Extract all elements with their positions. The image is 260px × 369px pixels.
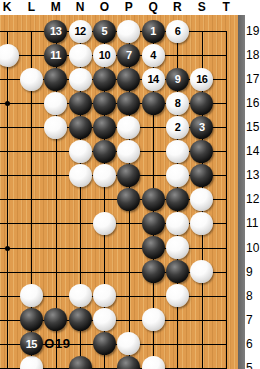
stone-O11[interactable] [93, 212, 116, 235]
column-label-S: S [192, 0, 212, 15]
stone-P12[interactable] [117, 188, 140, 211]
stone-N8[interactable] [69, 284, 92, 307]
stone-Q7[interactable] [142, 308, 165, 331]
row-label-12: 12 [246, 191, 259, 207]
stone-O6[interactable] [93, 332, 116, 355]
stone-N7[interactable] [69, 308, 92, 331]
stone-Q16[interactable] [142, 92, 165, 115]
stone-R14[interactable] [166, 140, 189, 163]
stone-M19[interactable]: 13 [44, 20, 67, 43]
row-label-10: 10 [246, 240, 259, 256]
stone-O18[interactable]: 10 [93, 44, 116, 67]
star-point-K10 [5, 246, 10, 251]
stone-R11[interactable] [166, 212, 189, 235]
stone-Q9[interactable] [142, 260, 165, 283]
column-label-Q: Q [143, 0, 163, 15]
stone-N18[interactable] [69, 44, 92, 67]
stone-P6[interactable] [117, 332, 140, 355]
stone-Q12[interactable] [142, 188, 165, 211]
stone-P16[interactable] [117, 92, 140, 115]
column-label-P: P [119, 0, 139, 15]
row-label-18: 18 [246, 47, 259, 63]
stone-K18[interactable] [0, 44, 19, 67]
stone-N16[interactable] [69, 92, 92, 115]
grid-line-col-T [226, 31, 227, 369]
grid-line-col-K [7, 31, 8, 369]
stone-O16[interactable] [93, 92, 116, 115]
stone-S11[interactable] [190, 212, 213, 235]
stone-S14[interactable] [190, 140, 213, 163]
stone-P5[interactable] [117, 356, 140, 369]
row-label-7: 7 [246, 312, 253, 328]
stone-Q5[interactable] [142, 356, 165, 369]
column-label-T: T [216, 0, 236, 15]
stone-R12[interactable] [166, 188, 189, 211]
row-label-13: 13 [246, 167, 259, 183]
row-label-14: 14 [246, 143, 259, 159]
row-label-15: 15 [246, 119, 259, 135]
column-label-R: R [167, 0, 187, 15]
stone-P17[interactable] [117, 68, 140, 91]
stone-M16[interactable] [44, 92, 67, 115]
go-board[interactable]: 13125161110741491682315O19 [0, 15, 238, 369]
stone-Q18[interactable]: 4 [142, 44, 165, 67]
annotation-text: O19 [44, 337, 70, 351]
stone-R10[interactable] [166, 236, 189, 259]
stone-P13[interactable] [117, 164, 140, 187]
stone-N19[interactable]: 12 [69, 20, 92, 43]
column-label-L: L [21, 0, 41, 15]
stone-O14[interactable] [93, 140, 116, 163]
column-label-O: O [94, 0, 114, 15]
stone-R8[interactable] [166, 284, 189, 307]
stone-L5[interactable] [20, 356, 43, 369]
stone-N17[interactable] [69, 68, 92, 91]
stone-N13[interactable] [69, 164, 92, 187]
stone-R17[interactable]: 9 [166, 68, 189, 91]
stone-L7[interactable] [20, 308, 43, 331]
stone-R19[interactable]: 6 [166, 20, 189, 43]
column-label-N: N [70, 0, 90, 15]
row-label-17: 17 [246, 71, 259, 87]
stone-Q17[interactable]: 14 [142, 68, 165, 91]
stone-L8[interactable] [20, 284, 43, 307]
stone-Q10[interactable] [142, 236, 165, 259]
stone-S16[interactable] [190, 92, 213, 115]
stone-Q19[interactable]: 1 [142, 20, 165, 43]
stone-R9[interactable] [166, 260, 189, 283]
stone-O8[interactable] [93, 284, 116, 307]
stone-S12[interactable] [190, 188, 213, 211]
row-label-16: 16 [246, 95, 259, 111]
stone-N14[interactable] [69, 140, 92, 163]
stone-Q11[interactable] [142, 212, 165, 235]
stone-M18[interactable]: 11 [44, 44, 67, 67]
board-edge-shadow [238, 15, 245, 369]
go-diagram: KLMNOPQRST 13125161110741491682315O19 19… [0, 0, 260, 369]
stone-N15[interactable] [69, 116, 92, 139]
stone-R13[interactable] [166, 164, 189, 187]
stone-O15[interactable] [93, 116, 116, 139]
stone-S17[interactable]: 16 [190, 68, 213, 91]
stone-R15[interactable]: 2 [166, 116, 189, 139]
row-label-5: 5 [246, 360, 253, 369]
stone-O19[interactable]: 5 [93, 20, 116, 43]
stone-S13[interactable] [190, 164, 213, 187]
row-label-9: 9 [246, 264, 253, 280]
stone-N5[interactable] [69, 356, 92, 369]
stone-P15[interactable] [117, 116, 140, 139]
row-label-6: 6 [246, 336, 253, 352]
row-label-11: 11 [246, 215, 258, 231]
stone-M15[interactable] [44, 116, 67, 139]
stone-O7[interactable] [93, 308, 116, 331]
stone-L17[interactable] [20, 68, 43, 91]
row-label-19: 19 [246, 23, 259, 39]
column-label-M: M [46, 0, 66, 15]
row-label-8: 8 [246, 288, 253, 304]
column-labels: KLMNOPQRST [0, 0, 260, 15]
stone-M7[interactable] [44, 308, 67, 331]
stone-R16[interactable]: 8 [166, 92, 189, 115]
stone-P18[interactable]: 7 [117, 44, 140, 67]
stone-O17[interactable] [93, 68, 116, 91]
star-point-K16 [5, 101, 10, 106]
stone-O13[interactable] [93, 164, 116, 187]
stone-S15[interactable]: 3 [190, 116, 213, 139]
annotation-stone[interactable]: 15 [20, 332, 43, 355]
grid-line-row-10 [0, 248, 227, 249]
column-label-K: K [0, 0, 17, 15]
stone-M17[interactable] [44, 68, 67, 91]
stone-S9[interactable] [190, 260, 213, 283]
stone-P14[interactable] [117, 140, 140, 163]
stone-P19[interactable] [117, 20, 140, 43]
